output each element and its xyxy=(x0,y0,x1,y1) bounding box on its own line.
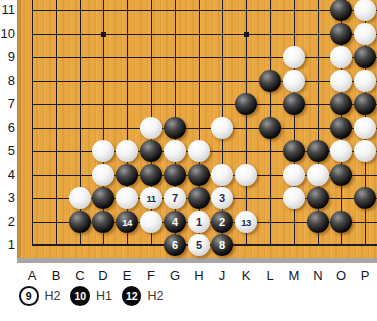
stone-black-P3[interactable] xyxy=(354,187,376,209)
stone-black-H3[interactable] xyxy=(188,187,210,209)
caption-move-point: H2 xyxy=(45,289,61,303)
stone-white-P10[interactable] xyxy=(354,23,376,45)
stone-white-F6[interactable] xyxy=(140,117,162,139)
board-left-edge xyxy=(17,0,21,258)
stone-white-D5[interactable] xyxy=(92,140,114,162)
caption-stone-white-9: 9 xyxy=(19,286,39,306)
column-label: D xyxy=(93,268,113,283)
column-label: A xyxy=(22,268,42,283)
stone-white-J4[interactable] xyxy=(211,164,233,186)
row-label: 3 xyxy=(0,190,15,206)
stone-black-L8[interactable] xyxy=(259,70,281,92)
column-label: E xyxy=(117,268,137,283)
column-label: P xyxy=(355,268,375,283)
stone-white-G5[interactable] xyxy=(164,140,186,162)
stone-white-O9[interactable] xyxy=(330,46,352,68)
stone-white-E5[interactable] xyxy=(116,140,138,162)
grid-line-horizontal xyxy=(32,128,377,129)
stone-black-O11[interactable] xyxy=(330,0,352,21)
stone-number: 6 xyxy=(172,239,178,251)
stone-white-J6[interactable] xyxy=(211,117,233,139)
stone-black-N2[interactable] xyxy=(307,211,329,233)
stone-white-P5[interactable] xyxy=(354,140,376,162)
stone-black-O4[interactable] xyxy=(330,164,352,186)
stone-white-H2[interactable]: 1 xyxy=(188,211,210,233)
column-label: M xyxy=(284,268,304,283)
star-point xyxy=(101,32,106,37)
stone-black-G1[interactable]: 6 xyxy=(164,234,186,256)
column-label: O xyxy=(331,268,351,283)
row-label: 5 xyxy=(0,143,15,159)
stone-black-E4[interactable] xyxy=(116,164,138,186)
stone-black-N5[interactable] xyxy=(307,140,329,162)
stone-black-G4[interactable] xyxy=(164,164,186,186)
stone-black-O10[interactable] xyxy=(330,23,352,45)
column-label: J xyxy=(212,268,232,283)
caption-stone-black-10: 10 xyxy=(70,286,90,306)
stone-number: 2 xyxy=(219,216,225,228)
stone-black-K7[interactable] xyxy=(235,93,257,115)
stone-white-O8[interactable] xyxy=(330,70,352,92)
stone-black-F4[interactable] xyxy=(140,164,162,186)
row-label: 4 xyxy=(0,167,15,183)
stone-white-G3[interactable]: 7 xyxy=(164,187,186,209)
stone-black-G6[interactable] xyxy=(164,117,186,139)
stone-white-K4[interactable] xyxy=(235,164,257,186)
grid-line-vertical xyxy=(294,0,295,246)
go-diagram: 11731441213658 1110987654321 ABCDEFGHJKL… xyxy=(0,0,377,321)
grid-line-horizontal xyxy=(32,57,377,58)
row-label: 10 xyxy=(0,26,15,42)
stone-white-P8[interactable] xyxy=(354,70,376,92)
stone-black-P7[interactable] xyxy=(354,93,376,115)
stone-white-P6[interactable] xyxy=(354,117,376,139)
grid-line-vertical xyxy=(199,0,200,246)
stone-white-F3[interactable]: 11 xyxy=(140,187,162,209)
grid-line-vertical xyxy=(56,0,57,246)
stone-black-C2[interactable] xyxy=(69,211,91,233)
column-label: L xyxy=(260,268,280,283)
stone-black-M5[interactable] xyxy=(283,140,305,162)
stone-white-M8[interactable] xyxy=(283,70,305,92)
star-point xyxy=(244,32,249,37)
stone-white-C3[interactable] xyxy=(69,187,91,209)
stone-white-M9[interactable] xyxy=(283,46,305,68)
stone-black-O2[interactable] xyxy=(330,211,352,233)
stone-white-D4[interactable] xyxy=(92,164,114,186)
stone-white-H5[interactable] xyxy=(188,140,210,162)
stone-black-E2[interactable]: 14 xyxy=(116,211,138,233)
stone-black-G2[interactable]: 4 xyxy=(164,211,186,233)
caption-move-point: H2 xyxy=(147,289,163,303)
column-label: F xyxy=(141,268,161,283)
stone-black-J2[interactable]: 2 xyxy=(211,211,233,233)
stone-number: 14 xyxy=(122,217,132,228)
stone-number: 7 xyxy=(172,192,178,204)
stone-black-J1[interactable]: 8 xyxy=(211,234,233,256)
stone-black-P9[interactable] xyxy=(354,46,376,68)
stone-white-O5[interactable] xyxy=(330,140,352,162)
row-label: 6 xyxy=(0,120,15,136)
stone-number: 11 xyxy=(146,193,155,204)
grid-line-horizontal xyxy=(32,104,377,105)
stone-black-M7[interactable] xyxy=(283,93,305,115)
row-label: 9 xyxy=(0,49,15,65)
stone-black-D3[interactable] xyxy=(92,187,114,209)
caption-stone-number: 9 xyxy=(26,290,32,302)
grid-line-vertical xyxy=(80,0,81,246)
stone-white-N4[interactable] xyxy=(307,164,329,186)
column-label: B xyxy=(46,268,66,283)
stone-number: 8 xyxy=(219,239,225,251)
column-label: C xyxy=(70,268,90,283)
stone-number: 4 xyxy=(172,216,178,228)
column-label: H xyxy=(189,268,209,283)
stone-number: 3 xyxy=(219,192,225,204)
stone-black-H4[interactable] xyxy=(188,164,210,186)
stone-black-O6[interactable] xyxy=(330,117,352,139)
stone-black-D2[interactable] xyxy=(92,211,114,233)
stone-black-L6[interactable] xyxy=(259,117,281,139)
board-shadow-strip xyxy=(17,258,377,263)
stone-white-F2[interactable] xyxy=(140,211,162,233)
stone-black-O7[interactable] xyxy=(330,93,352,115)
grid-line-horizontal xyxy=(32,10,377,11)
caption-stone-black-12: 12 xyxy=(122,286,142,306)
caption-stone-number: 12 xyxy=(126,290,138,302)
row-label: 11 xyxy=(0,2,15,18)
stone-white-P11[interactable] xyxy=(354,0,376,21)
stone-white-K2[interactable]: 13 xyxy=(235,211,257,233)
stone-black-F5[interactable] xyxy=(140,140,162,162)
column-label: N xyxy=(308,268,328,283)
stone-number: 13 xyxy=(241,217,251,228)
caption-stone-number: 10 xyxy=(74,290,86,302)
stone-black-N3[interactable] xyxy=(307,187,329,209)
caption-move-point: H1 xyxy=(96,289,112,303)
row-label: 8 xyxy=(0,73,15,89)
stone-white-H1[interactable]: 5 xyxy=(188,234,210,256)
move-caption: 9H210H112H2 xyxy=(19,286,173,306)
stone-white-M4[interactable] xyxy=(283,164,305,186)
stone-number: 5 xyxy=(196,239,202,251)
row-label: 1 xyxy=(0,237,15,253)
grid-line-vertical xyxy=(318,0,319,246)
grid-line-horizontal xyxy=(32,81,377,82)
grid-line-vertical xyxy=(32,0,33,246)
grid-line-vertical xyxy=(127,0,128,246)
column-label: G xyxy=(165,268,185,283)
row-label: 2 xyxy=(0,214,15,230)
stone-white-J3[interactable]: 3 xyxy=(211,187,233,209)
stone-number: 1 xyxy=(196,216,202,228)
stone-white-E3[interactable] xyxy=(116,187,138,209)
stone-white-M3[interactable] xyxy=(283,187,305,209)
row-label: 7 xyxy=(0,96,15,112)
grid-line-horizontal xyxy=(32,34,377,35)
column-label: K xyxy=(236,268,256,283)
